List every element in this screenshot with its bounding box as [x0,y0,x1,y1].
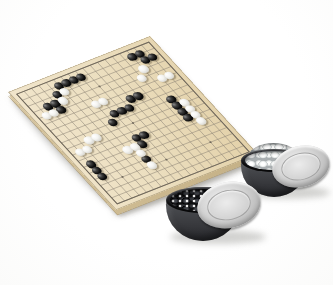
go-set-scene [0,0,333,285]
